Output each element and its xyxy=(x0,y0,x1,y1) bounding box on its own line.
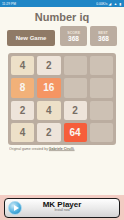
tile-4: 4 xyxy=(11,56,34,75)
tile-64: 64 xyxy=(64,123,87,142)
empty-cell xyxy=(90,123,113,142)
controls-row: New Game SCORE 368 BEST 368 xyxy=(0,26,124,46)
play-icon xyxy=(8,201,22,215)
best-value: 368 xyxy=(98,35,109,42)
empty-cell xyxy=(64,56,87,75)
tile-2: 2 xyxy=(37,123,60,142)
status-net-speed: 0.00K/s xyxy=(96,2,107,5)
ad-subtitle: Install now xyxy=(54,209,70,212)
battery-icon: ▮ xyxy=(120,2,122,6)
credit-prefix: Original game created by xyxy=(9,147,49,150)
ad-banner[interactable]: MK Player Install now xyxy=(4,198,120,218)
best-label: BEST xyxy=(99,31,109,33)
page-title: Number iq xyxy=(0,11,124,23)
empty-cell xyxy=(64,78,87,97)
best-box: BEST 368 xyxy=(90,26,117,46)
tile-2: 2 xyxy=(11,101,34,120)
board[interactable]: 428162424264 xyxy=(8,53,116,145)
tile-16: 16 xyxy=(37,78,60,97)
score-label: SCORE xyxy=(67,31,80,33)
score-box: SCORE 368 xyxy=(60,26,87,46)
status-time: 11:29 PM xyxy=(2,2,16,5)
status-bar: 11:29 PM 0.00K/s ◢ ▲ ▮ xyxy=(0,0,124,7)
empty-cell xyxy=(90,56,113,75)
ad-strip: MK Player Install now xyxy=(0,195,124,220)
credit-text: Original game created by Gabriele Cirull… xyxy=(9,147,76,150)
signal-icon: ◢ xyxy=(109,2,112,6)
tile-2: 2 xyxy=(37,56,60,75)
tile-8: 8 xyxy=(11,78,34,97)
empty-cell xyxy=(90,101,113,120)
empty-cell xyxy=(90,78,113,97)
tile-2: 2 xyxy=(64,101,87,120)
new-game-button[interactable]: New Game xyxy=(7,30,55,46)
tile-4: 4 xyxy=(37,101,60,120)
credit-link[interactable]: Gabriele Cirulli. xyxy=(49,147,75,150)
wifi-icon: ▲ xyxy=(114,2,117,6)
score-value: 368 xyxy=(68,35,79,42)
tile-4: 4 xyxy=(11,123,34,142)
